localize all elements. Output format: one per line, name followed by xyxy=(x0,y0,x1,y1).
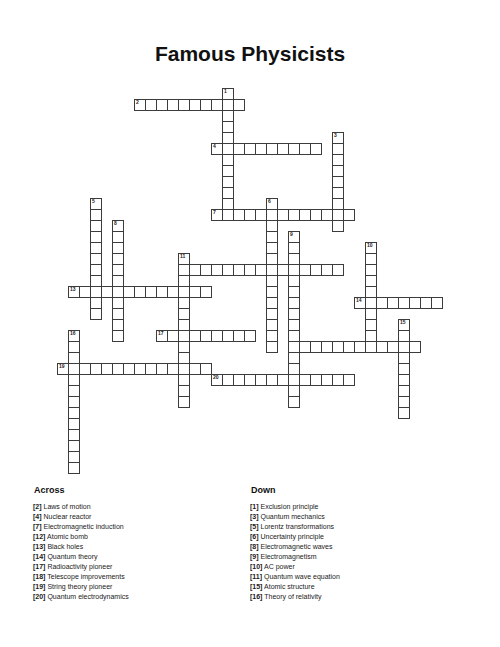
clue-item: [14] Quantum theory xyxy=(33,552,248,562)
clue-item: [7] Electromagnetic induction xyxy=(33,522,248,532)
grid-cell[interactable] xyxy=(409,341,421,353)
clue-item: [2] Laws of motion xyxy=(33,502,248,512)
grid-cell[interactable] xyxy=(222,209,234,221)
clue-number: [14] xyxy=(33,553,45,560)
clue-number-label: 2 xyxy=(136,100,139,105)
clue-number-label: 16 xyxy=(70,331,76,336)
clue-item: [8] Electromagnetic waves xyxy=(250,542,465,552)
clue-number: [11] xyxy=(250,573,262,580)
clue-item: [13] Black holes xyxy=(33,542,248,552)
clue-item: [12] Atomic bomb xyxy=(33,532,248,542)
grid-cell[interactable] xyxy=(431,297,443,309)
clue-number: [7] xyxy=(33,523,42,530)
clue-number-label: 15 xyxy=(400,320,406,325)
clue-item: [16] Theory of relativity xyxy=(250,592,465,602)
clue-item: [17] Radioactivity pioneer xyxy=(33,562,248,572)
clue-number: [8] xyxy=(250,543,259,550)
clue-number-label: 3 xyxy=(334,133,337,138)
grid-cell[interactable] xyxy=(310,143,322,155)
clue-number-label: 5 xyxy=(92,199,95,204)
down-clues-section: Down [1] Exclusion principle[3] Quantum … xyxy=(250,485,465,602)
grid-cell[interactable] xyxy=(288,396,300,408)
grid-cell[interactable] xyxy=(244,330,256,342)
clue-item: [9] Electromagnetism xyxy=(250,552,465,562)
across-header: Across xyxy=(34,485,248,495)
clue-number: [3] xyxy=(250,513,259,520)
clue-number-label: 10 xyxy=(367,243,373,248)
clue-number: [19] xyxy=(33,583,45,590)
clue-number: [2] xyxy=(33,503,42,510)
clue-number: [18] xyxy=(33,573,45,580)
grid-cell[interactable] xyxy=(343,209,355,221)
clue-item: [11] Quantum wave equation xyxy=(250,572,465,582)
grid-cell[interactable] xyxy=(365,341,377,353)
clue-number: [17] xyxy=(33,563,45,570)
clue-number: [15] xyxy=(250,583,262,590)
grid-cell[interactable] xyxy=(332,220,344,232)
clue-item: [4] Nuclear reactor xyxy=(33,512,248,522)
clue-item: [1] Exclusion principle xyxy=(250,502,465,512)
down-clue-list: [1] Exclusion principle[3] Quantum mecha… xyxy=(250,502,465,602)
clue-item: [10] AC power xyxy=(250,562,465,572)
clue-number-label: 8 xyxy=(114,221,117,226)
clue-number-label: 13 xyxy=(70,287,76,292)
clue-number: [5] xyxy=(250,523,259,530)
across-clues-section: Across [2] Laws of motion[4] Nuclear rea… xyxy=(33,485,248,602)
across-clue-list: [2] Laws of motion[4] Nuclear reactor[7]… xyxy=(33,502,248,602)
grid-cell[interactable] xyxy=(200,286,212,298)
clue-number-label: 1 xyxy=(224,89,227,94)
clue-number: [1] xyxy=(250,503,259,510)
clue-number: [4] xyxy=(33,513,42,520)
grid-cell[interactable] xyxy=(112,330,124,342)
down-header: Down xyxy=(251,485,465,495)
clue-number-label: 14 xyxy=(356,298,362,303)
clue-number: [16] xyxy=(250,593,262,600)
clue-number: [10] xyxy=(250,563,262,570)
grid-cell[interactable] xyxy=(332,264,344,276)
clue-item: [18] Telescope improvements xyxy=(33,572,248,582)
crossword-page: Famous Physicists 2471213141718192013568… xyxy=(0,0,500,647)
clue-item: [5] Lorentz transformations xyxy=(250,522,465,532)
grid-cell[interactable] xyxy=(178,396,190,408)
clue-item: [20] Quantum electrodynamics xyxy=(33,592,248,602)
clue-item: [3] Quantum mechanics xyxy=(250,512,465,522)
clue-number-label: 7 xyxy=(213,210,216,215)
clue-number-label: 19 xyxy=(59,364,65,369)
clue-number: [9] xyxy=(250,553,259,560)
clue-number-label: 4 xyxy=(213,144,216,149)
grid-cell[interactable] xyxy=(266,341,278,353)
grid-cell[interactable] xyxy=(90,308,102,320)
clue-item: [6] Uncertainty principle xyxy=(250,532,465,542)
clue-number: [20] xyxy=(33,593,45,600)
grid-cell[interactable] xyxy=(233,99,245,111)
clue-number-label: 11 xyxy=(180,254,185,259)
clue-number-label: 17 xyxy=(158,331,164,336)
grid-cell[interactable] xyxy=(68,462,80,474)
grid-cell[interactable] xyxy=(343,374,355,386)
clue-number: [13] xyxy=(33,543,45,550)
clue-number-label: 9 xyxy=(290,232,293,237)
grid-cell[interactable] xyxy=(398,407,410,419)
clue-item: [15] Atomic structure xyxy=(250,582,465,592)
clue-number: [12] xyxy=(33,533,45,540)
clue-number: [6] xyxy=(250,533,259,540)
clue-number-label: 20 xyxy=(213,375,219,380)
clue-item: [19] String theory pioneer xyxy=(33,582,248,592)
crossword-grid: 2471213141718192013568910111516 xyxy=(0,0,500,500)
clue-number-label: 6 xyxy=(268,199,271,204)
